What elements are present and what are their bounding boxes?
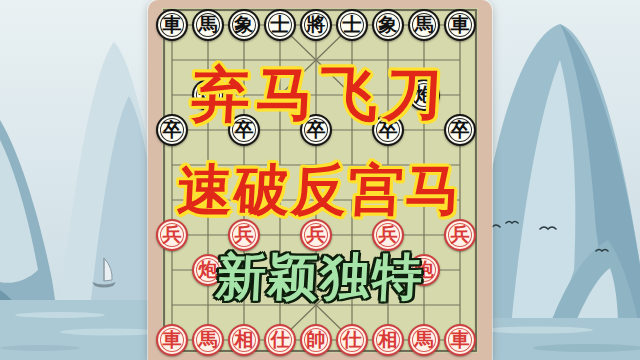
board-point-9-4[interactable]: 帥 xyxy=(298,322,334,357)
piece-red-chariot[interactable]: 車 xyxy=(156,324,188,356)
piece-red-chariot[interactable]: 車 xyxy=(444,324,476,356)
piece-black-horse[interactable]: 馬 xyxy=(408,9,440,41)
board-point-0-6[interactable]: 象 xyxy=(370,7,406,42)
piece-black-horse[interactable]: 馬 xyxy=(192,9,224,41)
board-point-9-0[interactable]: 車 xyxy=(154,322,190,357)
overlay-title-line3: 新颖独特 xyxy=(138,244,502,311)
board-point-0-5[interactable]: 士 xyxy=(334,7,370,42)
scene: 車馬象士將士象馬車炮炮卒卒卒卒卒兵兵兵兵兵炮炮車馬相仕帥仕相馬車 弃马飞刀 速破… xyxy=(0,0,640,360)
board-point-9-2[interactable]: 相 xyxy=(226,322,262,357)
piece-black-chariot[interactable]: 車 xyxy=(444,9,476,41)
board-point-9-8[interactable]: 車 xyxy=(442,322,478,357)
piece-black-advisor[interactable]: 士 xyxy=(264,9,296,41)
board-point-9-5[interactable]: 仕 xyxy=(334,322,370,357)
board-point-0-4[interactable]: 將 xyxy=(298,7,334,42)
board-point-0-8[interactable]: 車 xyxy=(442,7,478,42)
piece-red-elephant[interactable]: 相 xyxy=(372,324,404,356)
board-point-9-3[interactable]: 仕 xyxy=(262,322,298,357)
board-point-9-7[interactable]: 馬 xyxy=(406,322,442,357)
piece-red-advisor[interactable]: 仕 xyxy=(264,324,296,356)
right-landscape-art xyxy=(478,0,640,360)
piece-red-elephant[interactable]: 相 xyxy=(228,324,260,356)
board-point-0-0[interactable]: 車 xyxy=(154,7,190,42)
piece-red-horse[interactable]: 馬 xyxy=(408,324,440,356)
board-point-0-1[interactable]: 馬 xyxy=(190,7,226,42)
piece-black-chariot[interactable]: 車 xyxy=(156,9,188,41)
piece-red-horse[interactable]: 馬 xyxy=(192,324,224,356)
board-point-0-2[interactable]: 象 xyxy=(226,7,262,42)
water xyxy=(478,318,640,360)
piece-black-general[interactable]: 將 xyxy=(300,9,332,41)
board-point-0-3[interactable]: 士 xyxy=(262,7,298,42)
piece-red-general[interactable]: 帥 xyxy=(300,324,332,356)
overlay-title-line2: 速破反宫马 xyxy=(138,154,502,228)
overlay-title-line1: 弃马飞刀 xyxy=(138,56,502,134)
piece-black-elephant[interactable]: 象 xyxy=(228,9,260,41)
piece-red-advisor[interactable]: 仕 xyxy=(336,324,368,356)
piece-black-advisor[interactable]: 士 xyxy=(336,9,368,41)
board-point-0-7[interactable]: 馬 xyxy=(406,7,442,42)
board-point-9-1[interactable]: 馬 xyxy=(190,322,226,357)
board-point-9-6[interactable]: 相 xyxy=(370,322,406,357)
piece-black-elephant[interactable]: 象 xyxy=(372,9,404,41)
